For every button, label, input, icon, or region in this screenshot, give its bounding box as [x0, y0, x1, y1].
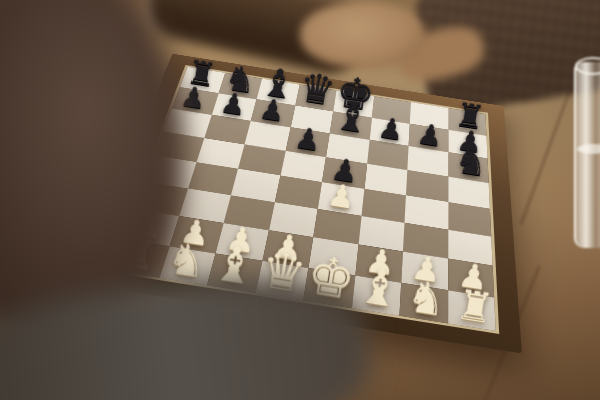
square-f7: ♟ [369, 117, 410, 146]
piece-black-queen-d8: ♛ [296, 67, 338, 110]
square-h8: ♜ [448, 108, 486, 136]
square-f6 [367, 140, 409, 170]
square-g7: ♟ [409, 123, 449, 152]
piece-black-pawn-h7: ♟ [455, 126, 484, 156]
square-a8: ♜ [180, 67, 225, 93]
chess-photo-scene: ♜♞♝♛♚♜♟♟♟♝♟♟♟♟♞♟♟♟♟♟♟♟♟♟♜♞♝♛♚♝♞♜ [0, 0, 600, 400]
piece-black-bishop-e7: ♝ [332, 96, 373, 139]
square-g8 [410, 102, 448, 129]
piece-white-knight-g1: ♞ [404, 275, 449, 322]
square-e6 [326, 133, 369, 163]
square-d7 [290, 105, 333, 133]
square-f5 [364, 163, 407, 195]
square-f1: ♝ [351, 275, 401, 316]
square-d4 [274, 175, 322, 208]
water-glass [574, 62, 600, 248]
square-b8: ♞ [218, 73, 262, 99]
square-d8: ♛ [295, 84, 337, 111]
square-h7: ♟ [448, 129, 487, 158]
square-h1: ♜ [448, 290, 496, 331]
square-d6: ♟ [285, 127, 329, 157]
square-c8: ♝ [257, 79, 300, 106]
piece-black-knight-b8: ♞ [222, 61, 258, 98]
square-c7: ♟ [251, 99, 295, 127]
square-e7: ♝ [330, 111, 372, 139]
square-g5 [406, 170, 448, 202]
piece-black-king-e8: ♚ [334, 71, 377, 116]
piece-black-knight-h6: ♞ [452, 142, 490, 182]
square-b7: ♟ [211, 93, 256, 121]
square-c4 [231, 169, 280, 202]
square-g6 [407, 146, 448, 176]
piece-black-pawn-c7: ♟ [258, 95, 287, 125]
square-b4 [188, 162, 238, 195]
piece-black-pawn-f7: ♟ [376, 114, 405, 144]
square-f8 [372, 96, 411, 123]
square-d5 [280, 151, 326, 182]
piece-black-pawn-g7: ♟ [416, 120, 445, 150]
piece-black-rook-h8: ♜ [453, 99, 487, 134]
piece-black-pawn-a7: ♟ [179, 83, 208, 113]
square-e8: ♚ [333, 90, 374, 117]
square-b6 [204, 115, 251, 144]
square-h5 [448, 176, 490, 208]
piece-black-bishop-c8: ♝ [259, 63, 299, 104]
square-c6 [245, 121, 291, 151]
piece-white-pawn-e4: ♟ [326, 180, 358, 213]
square-h6: ♞ [448, 152, 489, 183]
piece-white-rook-h1: ♜ [453, 285, 496, 329]
piece-black-pawn-d6: ♟ [293, 124, 323, 155]
square-g1: ♞ [399, 282, 447, 323]
piece-white-bishop-f1: ♝ [354, 263, 404, 315]
piece-black-pawn-b7: ♟ [219, 89, 248, 119]
piece-black-rook-a8: ♜ [185, 56, 219, 91]
